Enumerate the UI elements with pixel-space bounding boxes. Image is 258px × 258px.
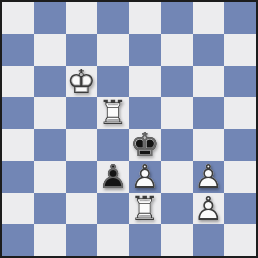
square-f4[interactable] [161,129,193,161]
square-d8[interactable] [97,2,129,34]
white-rook[interactable]: ♜♖ [97,97,129,129]
white-pawn-glyph: ♟ [194,193,224,225]
white-pawn-outline: ♙ [194,193,224,225]
square-e7[interactable] [129,34,161,66]
white-pawn-outline: ♙ [194,161,224,193]
white-rook-outline: ♖ [98,97,128,129]
white-king-glyph: ♚ [67,66,97,98]
white-pawn-glyph: ♟ [130,161,160,193]
square-c1[interactable] [66,224,98,256]
black-pawn[interactable]: ♟♙ [97,161,129,193]
square-h2[interactable] [224,193,256,225]
square-d5[interactable]: ♜♖ [97,97,129,129]
white-pawn[interactable]: ♟♙ [129,161,161,193]
square-c4[interactable] [66,129,98,161]
square-a1[interactable] [2,224,34,256]
square-b7[interactable] [34,34,66,66]
white-king-outline: ♔ [67,66,97,98]
black-king[interactable]: ♚♔ [129,129,161,161]
square-h4[interactable] [224,129,256,161]
square-b8[interactable] [34,2,66,34]
white-pawn[interactable]: ♟♙ [193,161,225,193]
black-pawn-glyph: ♟ [98,161,128,193]
square-e4[interactable]: ♚♔ [129,129,161,161]
square-e1[interactable] [129,224,161,256]
square-f6[interactable] [161,66,193,98]
square-d6[interactable] [97,66,129,98]
square-a8[interactable] [2,2,34,34]
square-f1[interactable] [161,224,193,256]
square-e5[interactable] [129,97,161,129]
square-h7[interactable] [224,34,256,66]
square-c7[interactable] [66,34,98,66]
square-c3[interactable] [66,161,98,193]
chess-board: ♚♔♜♖♚♔♟♙♟♙♟♙♜♖♟♙ [2,2,256,256]
square-h1[interactable] [224,224,256,256]
square-h6[interactable] [224,66,256,98]
square-a4[interactable] [2,129,34,161]
square-h8[interactable] [224,2,256,34]
chess-board-frame: ♚♔♜♖♚♔♟♙♟♙♟♙♜♖♟♙ [0,0,258,258]
square-b1[interactable] [34,224,66,256]
square-c6[interactable]: ♚♔ [66,66,98,98]
white-pawn-glyph: ♟ [194,161,224,193]
black-king-glyph: ♚ [130,129,160,161]
square-g1[interactable] [193,224,225,256]
square-b3[interactable] [34,161,66,193]
square-e2[interactable]: ♜♖ [129,193,161,225]
white-pawn[interactable]: ♟♙ [193,193,225,225]
square-d4[interactable] [97,129,129,161]
white-rook[interactable]: ♜♖ [129,193,161,225]
square-g6[interactable] [193,66,225,98]
square-f8[interactable] [161,2,193,34]
square-g5[interactable] [193,97,225,129]
square-e3[interactable]: ♟♙ [129,161,161,193]
square-a3[interactable] [2,161,34,193]
square-f7[interactable] [161,34,193,66]
black-pawn-outline: ♙ [98,161,128,193]
square-e8[interactable] [129,2,161,34]
square-b2[interactable] [34,193,66,225]
white-rook-outline: ♖ [130,193,160,225]
square-d1[interactable] [97,224,129,256]
square-e6[interactable] [129,66,161,98]
square-g2[interactable]: ♟♙ [193,193,225,225]
square-h5[interactable] [224,97,256,129]
square-g4[interactable] [193,129,225,161]
square-f5[interactable] [161,97,193,129]
square-c8[interactable] [66,2,98,34]
white-rook-glyph: ♜ [130,193,160,225]
square-b5[interactable] [34,97,66,129]
square-h3[interactable] [224,161,256,193]
square-g3[interactable]: ♟♙ [193,161,225,193]
white-rook-glyph: ♜ [98,97,128,129]
square-a5[interactable] [2,97,34,129]
white-king[interactable]: ♚♔ [66,66,98,98]
square-c5[interactable] [66,97,98,129]
square-a6[interactable] [2,66,34,98]
white-pawn-outline: ♙ [130,161,160,193]
square-g8[interactable] [193,2,225,34]
square-d7[interactable] [97,34,129,66]
square-b6[interactable] [34,66,66,98]
square-a7[interactable] [2,34,34,66]
square-b4[interactable] [34,129,66,161]
square-a2[interactable] [2,193,34,225]
square-f3[interactable] [161,161,193,193]
square-f2[interactable] [161,193,193,225]
square-c2[interactable] [66,193,98,225]
square-d2[interactable] [97,193,129,225]
square-g7[interactable] [193,34,225,66]
black-king-outline: ♔ [130,129,160,161]
square-d3[interactable]: ♟♙ [97,161,129,193]
